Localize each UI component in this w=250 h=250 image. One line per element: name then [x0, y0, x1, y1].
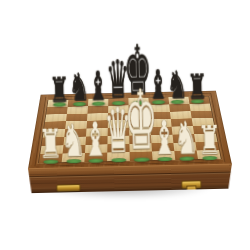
- black-knight-glyph: ♞: [166, 66, 188, 104]
- black-rook-glyph: ♜: [187, 69, 208, 103]
- white-rook-glyph: ♜: [38, 123, 63, 164]
- black-rook-glyph: ♜: [49, 72, 70, 106]
- white-rook-glyph: ♜: [197, 120, 222, 161]
- chess-set-photo: ♜♞♝♛♚♝♞♜♜♞♝♛♚♝♞♜: [0, 0, 250, 250]
- chess-set: ♜♞♝♛♚♝♞♜♜♞♝♛♚♝♞♜: [0, 0, 250, 250]
- white-knight-glyph: ♞: [173, 115, 199, 161]
- pieces-layer: ♜♞♝♛♚♝♞♜♜♞♝♛♚♝♞♜: [0, 0, 250, 250]
